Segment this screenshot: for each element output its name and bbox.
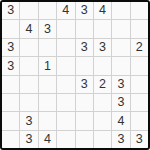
empty-cell-r2c8[interactable] <box>131 20 148 37</box>
empty-cell-r8c4[interactable] <box>57 131 74 148</box>
clue-cell-r1c4: 4 <box>57 2 74 19</box>
clue-cell-r1c6: 4 <box>94 2 111 19</box>
empty-cell-r3c7[interactable] <box>112 39 129 56</box>
empty-cell-r7c8[interactable] <box>131 112 148 129</box>
empty-cell-r1c7[interactable] <box>112 2 129 19</box>
empty-cell-r8c1[interactable] <box>2 131 19 148</box>
empty-cell-r8c6[interactable] <box>94 131 111 148</box>
empty-cell-r1c8[interactable] <box>131 2 148 19</box>
empty-cell-r6c5[interactable] <box>76 94 93 111</box>
clue-cell-r7c7: 4 <box>112 112 129 129</box>
empty-cell-r5c4[interactable] <box>57 76 74 93</box>
empty-cell-r7c4[interactable] <box>57 112 74 129</box>
clue-cell-r1c5: 3 <box>76 2 93 19</box>
minesweeper-board: 3434433332313233343433 <box>0 0 150 150</box>
empty-cell-r6c1[interactable] <box>2 94 19 111</box>
clue-cell-r3c5: 3 <box>76 39 93 56</box>
clue-cell-r8c3: 4 <box>39 131 56 148</box>
empty-cell-r4c6[interactable] <box>94 57 111 74</box>
empty-cell-r6c3[interactable] <box>39 94 56 111</box>
empty-cell-r2c6[interactable] <box>94 20 111 37</box>
clue-cell-r8c7: 3 <box>112 131 129 148</box>
empty-cell-r6c2[interactable] <box>20 94 37 111</box>
clue-cell-r6c7: 3 <box>112 94 129 111</box>
empty-cell-r7c5[interactable] <box>76 112 93 129</box>
empty-cell-r5c8[interactable] <box>131 76 148 93</box>
clue-cell-r2c2: 4 <box>20 20 37 37</box>
empty-cell-r6c4[interactable] <box>57 94 74 111</box>
empty-cell-r2c4[interactable] <box>57 20 74 37</box>
clue-cell-r7c2: 3 <box>20 112 37 129</box>
empty-cell-r5c2[interactable] <box>20 76 37 93</box>
empty-cell-r6c8[interactable] <box>131 94 148 111</box>
clue-cell-r5c6: 2 <box>94 76 111 93</box>
empty-cell-r7c3[interactable] <box>39 112 56 129</box>
clue-cell-r1c1: 3 <box>2 2 19 19</box>
clue-cell-r5c7: 3 <box>112 76 129 93</box>
empty-cell-r5c3[interactable] <box>39 76 56 93</box>
clue-cell-r3c8: 2 <box>131 39 148 56</box>
empty-cell-r1c2[interactable] <box>20 2 37 19</box>
clue-cell-r2c3: 3 <box>39 20 56 37</box>
clue-cell-r3c1: 3 <box>2 39 19 56</box>
clue-cell-r5c5: 3 <box>76 76 93 93</box>
empty-cell-r2c1[interactable] <box>2 20 19 37</box>
clue-cell-r3c6: 3 <box>94 39 111 56</box>
empty-cell-r8c5[interactable] <box>76 131 93 148</box>
empty-cell-r2c7[interactable] <box>112 20 129 37</box>
empty-cell-r3c2[interactable] <box>20 39 37 56</box>
empty-cell-r4c7[interactable] <box>112 57 129 74</box>
empty-cell-r6c6[interactable] <box>94 94 111 111</box>
empty-cell-r7c1[interactable] <box>2 112 19 129</box>
empty-cell-r7c6[interactable] <box>94 112 111 129</box>
clue-cell-r4c1: 3 <box>2 57 19 74</box>
empty-cell-r2c5[interactable] <box>76 20 93 37</box>
clue-cell-r4c3: 1 <box>39 57 56 74</box>
clue-cell-r8c2: 3 <box>20 131 37 148</box>
empty-cell-r4c4[interactable] <box>57 57 74 74</box>
empty-cell-r5c1[interactable] <box>2 76 19 93</box>
empty-cell-r3c4[interactable] <box>57 39 74 56</box>
empty-cell-r3c3[interactable] <box>39 39 56 56</box>
empty-cell-r4c5[interactable] <box>76 57 93 74</box>
empty-cell-r1c3[interactable] <box>39 2 56 19</box>
empty-cell-r4c8[interactable] <box>131 57 148 74</box>
clue-cell-r8c8: 3 <box>131 131 148 148</box>
empty-cell-r4c2[interactable] <box>20 57 37 74</box>
